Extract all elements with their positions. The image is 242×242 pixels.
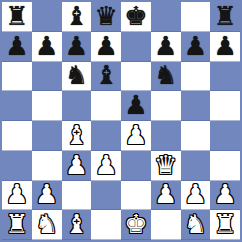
square-f5[interactable]: [151, 91, 181, 121]
square-h8[interactable]: ♜: [210, 2, 240, 32]
piece-white-knight[interactable]: ♞: [35, 211, 58, 237]
square-c1[interactable]: ♝: [62, 210, 92, 240]
square-c5[interactable]: [62, 91, 92, 121]
square-g7[interactable]: ♟: [181, 32, 211, 62]
square-d2[interactable]: [91, 181, 121, 211]
square-e5[interactable]: ♟: [121, 91, 151, 121]
square-g8[interactable]: [181, 2, 211, 32]
square-g6[interactable]: [181, 62, 211, 92]
piece-white-pawn[interactable]: ♟: [124, 122, 147, 148]
square-a5[interactable]: [2, 91, 32, 121]
square-c4[interactable]: ♝: [62, 121, 92, 151]
chessboard-container: ♜♝♛♚♜♟♟♟♟♟♟♟♞♝♞♟♝♟♟♟♛♟♟♟♟♟♜♞♝♚♞♜: [0, 0, 242, 242]
piece-white-pawn[interactable]: ♟: [35, 181, 58, 207]
square-b4[interactable]: [32, 121, 62, 151]
piece-black-pawn[interactable]: ♟: [65, 33, 88, 59]
square-e7[interactable]: [121, 32, 151, 62]
square-h3[interactable]: [210, 151, 240, 181]
square-h2[interactable]: ♟: [210, 181, 240, 211]
piece-black-bishop[interactable]: ♝: [65, 3, 88, 29]
piece-black-pawn[interactable]: ♟: [35, 33, 58, 59]
square-h4[interactable]: [210, 121, 240, 151]
square-b1[interactable]: ♞: [32, 210, 62, 240]
piece-black-knight[interactable]: ♞: [65, 62, 88, 88]
square-e4[interactable]: ♟: [121, 121, 151, 151]
piece-white-pawn[interactable]: ♟: [213, 181, 236, 207]
square-h1[interactable]: ♜: [210, 210, 240, 240]
square-f8[interactable]: [151, 2, 181, 32]
piece-white-queen[interactable]: ♛: [154, 152, 177, 178]
square-b5[interactable]: [32, 91, 62, 121]
square-b2[interactable]: ♟: [32, 181, 62, 211]
piece-black-rook[interactable]: ♜: [213, 3, 236, 29]
piece-black-bishop[interactable]: ♝: [94, 62, 117, 88]
square-b6[interactable]: [32, 62, 62, 92]
square-f7[interactable]: ♟: [151, 32, 181, 62]
square-b3[interactable]: [32, 151, 62, 181]
square-c2[interactable]: [62, 181, 92, 211]
square-g4[interactable]: [181, 121, 211, 151]
piece-white-pawn[interactable]: ♟: [5, 181, 28, 207]
square-h6[interactable]: [210, 62, 240, 92]
square-d3[interactable]: ♟: [91, 151, 121, 181]
square-d8[interactable]: ♛: [91, 2, 121, 32]
piece-black-pawn[interactable]: ♟: [94, 33, 117, 59]
square-e6[interactable]: [121, 62, 151, 92]
square-a6[interactable]: [2, 62, 32, 92]
piece-white-pawn[interactable]: ♟: [184, 181, 207, 207]
square-g3[interactable]: [181, 151, 211, 181]
square-g2[interactable]: ♟: [181, 181, 211, 211]
square-b7[interactable]: ♟: [32, 32, 62, 62]
square-h5[interactable]: [210, 91, 240, 121]
piece-black-knight[interactable]: ♞: [154, 62, 177, 88]
square-c7[interactable]: ♟: [62, 32, 92, 62]
square-a7[interactable]: ♟: [2, 32, 32, 62]
piece-black-rook[interactable]: ♜: [5, 3, 28, 29]
piece-black-pawn[interactable]: ♟: [154, 33, 177, 59]
square-a1[interactable]: ♜: [2, 210, 32, 240]
square-f2[interactable]: ♟: [151, 181, 181, 211]
square-h7[interactable]: ♟: [210, 32, 240, 62]
piece-black-pawn[interactable]: ♟: [124, 92, 147, 118]
piece-black-queen[interactable]: ♛: [94, 3, 117, 29]
square-e2[interactable]: [121, 181, 151, 211]
square-c6[interactable]: ♞: [62, 62, 92, 92]
piece-black-pawn[interactable]: ♟: [5, 33, 28, 59]
square-d6[interactable]: ♝: [91, 62, 121, 92]
piece-white-bishop[interactable]: ♝: [65, 211, 88, 237]
piece-white-king[interactable]: ♚: [124, 211, 147, 237]
square-e8[interactable]: ♚: [121, 2, 151, 32]
piece-black-pawn[interactable]: ♟: [184, 33, 207, 59]
square-c3[interactable]: ♟: [62, 151, 92, 181]
piece-white-bishop[interactable]: ♝: [65, 122, 88, 148]
square-a4[interactable]: [2, 121, 32, 151]
square-d1[interactable]: [91, 210, 121, 240]
piece-white-pawn[interactable]: ♟: [154, 181, 177, 207]
square-a8[interactable]: ♜: [2, 2, 32, 32]
square-a3[interactable]: [2, 151, 32, 181]
square-e3[interactable]: [121, 151, 151, 181]
piece-black-pawn[interactable]: ♟: [213, 33, 236, 59]
square-f6[interactable]: ♞: [151, 62, 181, 92]
chess-board: ♜♝♛♚♜♟♟♟♟♟♟♟♞♝♞♟♝♟♟♟♛♟♟♟♟♟♜♞♝♚♞♜: [0, 0, 242, 242]
square-g5[interactable]: [181, 91, 211, 121]
square-d4[interactable]: [91, 121, 121, 151]
piece-black-king[interactable]: ♚: [124, 3, 147, 29]
piece-white-pawn[interactable]: ♟: [65, 152, 88, 178]
piece-white-rook[interactable]: ♜: [5, 211, 28, 237]
square-e1[interactable]: ♚: [121, 210, 151, 240]
square-c8[interactable]: ♝: [62, 2, 92, 32]
square-f4[interactable]: [151, 121, 181, 151]
square-b8[interactable]: [32, 2, 62, 32]
square-d5[interactable]: [91, 91, 121, 121]
square-a2[interactable]: ♟: [2, 181, 32, 211]
square-f3[interactable]: ♛: [151, 151, 181, 181]
square-g1[interactable]: ♞: [181, 210, 211, 240]
square-f1[interactable]: [151, 210, 181, 240]
square-d7[interactable]: ♟: [91, 32, 121, 62]
piece-white-knight[interactable]: ♞: [184, 211, 207, 237]
piece-white-pawn[interactable]: ♟: [94, 152, 117, 178]
piece-white-rook[interactable]: ♜: [213, 211, 236, 237]
